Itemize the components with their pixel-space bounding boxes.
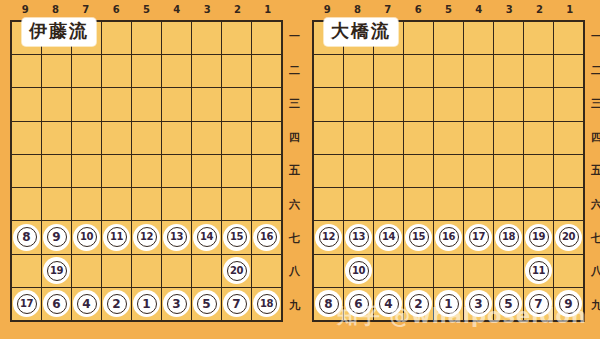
cell-4-9: 3 bbox=[162, 288, 191, 320]
placement-order-circle: 1 bbox=[133, 290, 160, 317]
cell-4-7: 13 bbox=[162, 221, 191, 253]
cell-8-2 bbox=[42, 55, 71, 87]
file-label: 9 bbox=[10, 2, 40, 17]
cell-9-5 bbox=[12, 155, 41, 187]
cell-5-7: 16 bbox=[434, 221, 463, 253]
circle-number: 12 bbox=[137, 227, 157, 247]
cell-9-9: 17 bbox=[12, 288, 41, 320]
cell-4-1 bbox=[162, 22, 191, 54]
rank-label: 七 bbox=[287, 221, 302, 255]
cell-3-1 bbox=[494, 22, 523, 54]
placement-order-circle: 12 bbox=[133, 224, 160, 251]
placement-order-circle: 17 bbox=[465, 224, 492, 251]
cell-9-8 bbox=[12, 255, 41, 287]
circle-number: 20 bbox=[559, 227, 579, 247]
file-label: 6 bbox=[101, 2, 131, 17]
circle-number: 8 bbox=[319, 294, 339, 314]
cell-4-4 bbox=[464, 122, 493, 154]
cell-8-7: 13 bbox=[344, 221, 373, 253]
cell-4-4 bbox=[162, 122, 191, 154]
cell-6-3 bbox=[102, 88, 131, 120]
placement-order-circle: 7 bbox=[223, 290, 250, 317]
cell-6-2 bbox=[102, 55, 131, 87]
cell-7-6 bbox=[374, 188, 403, 220]
cell-3-9: 5 bbox=[192, 288, 221, 320]
cell-9-4 bbox=[12, 122, 41, 154]
cell-8-5 bbox=[344, 155, 373, 187]
cell-4-6 bbox=[464, 188, 493, 220]
cell-6-5 bbox=[404, 155, 433, 187]
cell-1-4 bbox=[252, 122, 281, 154]
cell-3-4 bbox=[494, 122, 523, 154]
cell-1-9: 18 bbox=[252, 288, 281, 320]
cell-3-2 bbox=[192, 55, 221, 87]
cell-1-6 bbox=[554, 188, 583, 220]
file-label: 3 bbox=[192, 2, 222, 17]
rank-label: 六 bbox=[589, 188, 600, 222]
cell-2-7: 19 bbox=[524, 221, 553, 253]
row-labels: 一二三四五六七八九 bbox=[589, 20, 600, 322]
cell-8-8: 10 bbox=[344, 255, 373, 287]
circle-number: 19 bbox=[47, 261, 67, 281]
rank-label: 四 bbox=[287, 121, 302, 155]
placement-order-circle: 14 bbox=[193, 224, 220, 251]
cell-1-7: 20 bbox=[554, 221, 583, 253]
cell-4-8 bbox=[162, 255, 191, 287]
cell-7-6 bbox=[72, 188, 101, 220]
cell-2-4 bbox=[222, 122, 251, 154]
placement-order-circle: 20 bbox=[223, 257, 250, 284]
cell-3-4 bbox=[192, 122, 221, 154]
file-label: 2 bbox=[524, 2, 554, 17]
file-label: 9 bbox=[312, 2, 342, 17]
circle-number: 12 bbox=[319, 227, 339, 247]
cell-3-7: 18 bbox=[494, 221, 523, 253]
placement-order-circle: 8 bbox=[13, 224, 40, 251]
cell-5-1 bbox=[132, 22, 161, 54]
cell-1-5 bbox=[554, 155, 583, 187]
cell-4-8 bbox=[464, 255, 493, 287]
cell-1-6 bbox=[252, 188, 281, 220]
cell-2-8: 20 bbox=[222, 255, 251, 287]
cell-4-1 bbox=[464, 22, 493, 54]
circle-number: 6 bbox=[47, 294, 67, 314]
board-group-ito: 987654321 891011121314151619201764213571… bbox=[10, 0, 302, 339]
cell-1-3 bbox=[252, 88, 281, 120]
cell-5-2 bbox=[434, 55, 463, 87]
cell-5-9: 1 bbox=[132, 288, 161, 320]
cell-5-8 bbox=[132, 255, 161, 287]
cell-6-6 bbox=[102, 188, 131, 220]
rank-label: 五 bbox=[287, 154, 302, 188]
circle-number: 15 bbox=[409, 227, 429, 247]
circle-number: 13 bbox=[349, 227, 369, 247]
circle-number: 13 bbox=[167, 227, 187, 247]
rank-label: 九 bbox=[287, 288, 302, 322]
placement-order-circle: 11 bbox=[103, 224, 130, 251]
placement-order-circle: 17 bbox=[13, 290, 40, 317]
circle-number: 9 bbox=[47, 227, 67, 247]
cell-9-3 bbox=[12, 88, 41, 120]
cell-4-3 bbox=[162, 88, 191, 120]
circle-number: 11 bbox=[529, 261, 549, 281]
circle-number: 10 bbox=[349, 261, 369, 281]
rank-label: 一 bbox=[589, 20, 600, 54]
cell-8-3 bbox=[42, 88, 71, 120]
cell-1-2 bbox=[554, 55, 583, 87]
circle-number: 15 bbox=[227, 227, 247, 247]
cell-2-4 bbox=[524, 122, 553, 154]
file-label: 8 bbox=[40, 2, 70, 17]
cell-6-1 bbox=[102, 22, 131, 54]
cell-9-7: 12 bbox=[314, 221, 343, 253]
cell-2-6 bbox=[524, 188, 553, 220]
cell-2-5 bbox=[524, 155, 553, 187]
cell-7-8 bbox=[374, 255, 403, 287]
circle-number: 4 bbox=[77, 294, 97, 314]
cell-5-1 bbox=[434, 22, 463, 54]
file-label: 7 bbox=[373, 2, 403, 17]
cell-1-8 bbox=[554, 255, 583, 287]
circle-number: 19 bbox=[529, 227, 549, 247]
cell-3-7: 14 bbox=[192, 221, 221, 253]
file-label: 2 bbox=[222, 2, 252, 17]
cell-4-2 bbox=[162, 55, 191, 87]
rank-label: 六 bbox=[287, 188, 302, 222]
placement-order-circle: 15 bbox=[223, 224, 250, 251]
cell-1-5 bbox=[252, 155, 281, 187]
cell-6-7: 15 bbox=[404, 221, 433, 253]
circle-number: 3 bbox=[167, 294, 187, 314]
cell-9-2 bbox=[12, 55, 41, 87]
cell-2-1 bbox=[222, 22, 251, 54]
cell-5-7: 12 bbox=[132, 221, 161, 253]
file-label: 5 bbox=[131, 2, 161, 17]
cell-5-8 bbox=[434, 255, 463, 287]
placement-order-circle: 4 bbox=[73, 290, 100, 317]
cell-9-2 bbox=[314, 55, 343, 87]
cell-8-4 bbox=[42, 122, 71, 154]
circle-number: 5 bbox=[197, 294, 217, 314]
cell-1-7: 16 bbox=[252, 221, 281, 253]
cell-1-2 bbox=[252, 55, 281, 87]
cell-3-1 bbox=[192, 22, 221, 54]
cell-7-7: 14 bbox=[374, 221, 403, 253]
cell-5-4 bbox=[132, 122, 161, 154]
circle-number: 14 bbox=[379, 227, 399, 247]
cell-7-7: 10 bbox=[72, 221, 101, 253]
cell-6-7: 11 bbox=[102, 221, 131, 253]
rank-label: 八 bbox=[589, 255, 600, 289]
circle-number: 2 bbox=[107, 294, 127, 314]
cell-9-4 bbox=[314, 122, 343, 154]
placement-order-circle: 6 bbox=[43, 290, 70, 317]
placement-order-circle: 19 bbox=[525, 224, 552, 251]
rank-label: 七 bbox=[589, 221, 600, 255]
cell-3-6 bbox=[192, 188, 221, 220]
board-group-ohashi: 987654321 121314151617181920101186421357… bbox=[312, 0, 600, 339]
placement-order-circle: 14 bbox=[375, 224, 402, 251]
cell-7-2 bbox=[72, 55, 101, 87]
circle-number: 18 bbox=[499, 227, 519, 247]
cell-5-3 bbox=[434, 88, 463, 120]
cell-7-3 bbox=[374, 88, 403, 120]
circle-number: 17 bbox=[469, 227, 489, 247]
cell-3-5 bbox=[494, 155, 523, 187]
circle-number: 10 bbox=[77, 227, 97, 247]
cell-5-4 bbox=[434, 122, 463, 154]
cell-9-6 bbox=[12, 188, 41, 220]
cell-7-4 bbox=[72, 122, 101, 154]
cell-4-2 bbox=[464, 55, 493, 87]
cell-2-5 bbox=[222, 155, 251, 187]
rank-label: 八 bbox=[287, 255, 302, 289]
cell-7-5 bbox=[72, 155, 101, 187]
rank-label: 三 bbox=[287, 87, 302, 121]
cell-4-5 bbox=[162, 155, 191, 187]
cell-8-6 bbox=[42, 188, 71, 220]
file-label: 4 bbox=[464, 2, 494, 17]
cell-7-4 bbox=[374, 122, 403, 154]
cell-8-6 bbox=[344, 188, 373, 220]
circle-number: 20 bbox=[227, 261, 247, 281]
placement-order-circle: 16 bbox=[435, 224, 462, 251]
board-title-ito: 伊藤流 bbox=[22, 18, 96, 46]
cell-2-8: 11 bbox=[524, 255, 553, 287]
cell-5-5 bbox=[434, 155, 463, 187]
cell-6-9: 2 bbox=[102, 288, 131, 320]
cell-3-3 bbox=[494, 88, 523, 120]
cell-3-3 bbox=[192, 88, 221, 120]
shogi-board-ito: 8910111213141516192017642135718 bbox=[10, 20, 283, 322]
cell-3-5 bbox=[192, 155, 221, 187]
rank-label: 九 bbox=[589, 288, 600, 322]
file-label: 8 bbox=[342, 2, 372, 17]
cell-8-9: 6 bbox=[42, 288, 71, 320]
cell-4-5 bbox=[464, 155, 493, 187]
placement-order-circle: 10 bbox=[73, 224, 100, 251]
cell-8-4 bbox=[344, 122, 373, 154]
cell-3-2 bbox=[494, 55, 523, 87]
circle-number: 18 bbox=[257, 294, 277, 314]
cell-1-4 bbox=[554, 122, 583, 154]
cell-4-7: 17 bbox=[464, 221, 493, 253]
placement-order-circle: 5 bbox=[193, 290, 220, 317]
cell-6-1 bbox=[404, 22, 433, 54]
cell-3-8 bbox=[494, 255, 523, 287]
cell-5-6 bbox=[132, 188, 161, 220]
cell-7-2 bbox=[374, 55, 403, 87]
board-title-ohashi: 大橋流 bbox=[324, 18, 398, 46]
file-label: 3 bbox=[494, 2, 524, 17]
cell-6-5 bbox=[102, 155, 131, 187]
column-labels: 987654321 bbox=[10, 2, 283, 17]
cell-1-3 bbox=[554, 88, 583, 120]
cell-9-7: 8 bbox=[12, 221, 41, 253]
rank-label: 三 bbox=[589, 87, 600, 121]
rank-label: 二 bbox=[287, 54, 302, 88]
cell-2-2 bbox=[524, 55, 553, 87]
cell-2-2 bbox=[222, 55, 251, 87]
column-labels: 987654321 bbox=[312, 2, 585, 17]
placement-order-circle: 12 bbox=[315, 224, 342, 251]
cell-6-4 bbox=[404, 122, 433, 154]
cell-6-2 bbox=[404, 55, 433, 87]
cell-5-3 bbox=[132, 88, 161, 120]
cell-6-4 bbox=[102, 122, 131, 154]
placement-order-circle: 16 bbox=[253, 224, 280, 251]
cell-6-3 bbox=[404, 88, 433, 120]
file-label: 4 bbox=[162, 2, 192, 17]
cell-9-5 bbox=[314, 155, 343, 187]
file-label: 5 bbox=[433, 2, 463, 17]
placement-order-circle: 19 bbox=[43, 257, 70, 284]
cell-6-8 bbox=[404, 255, 433, 287]
rank-label: 五 bbox=[589, 154, 600, 188]
rank-label: 四 bbox=[589, 121, 600, 155]
cell-2-6 bbox=[222, 188, 251, 220]
cell-9-6 bbox=[314, 188, 343, 220]
cell-1-1 bbox=[252, 22, 281, 54]
cell-2-9: 7 bbox=[222, 288, 251, 320]
cell-5-6 bbox=[434, 188, 463, 220]
cell-1-8 bbox=[252, 255, 281, 287]
cell-3-8 bbox=[192, 255, 221, 287]
cell-4-6 bbox=[162, 188, 191, 220]
rank-label: 一 bbox=[287, 20, 302, 54]
file-label: 1 bbox=[555, 2, 585, 17]
circle-number: 1 bbox=[137, 294, 157, 314]
file-label: 1 bbox=[253, 2, 283, 17]
placement-order-circle: 9 bbox=[43, 224, 70, 251]
cell-2-7: 15 bbox=[222, 221, 251, 253]
placement-order-circle: 3 bbox=[163, 290, 190, 317]
cell-6-6 bbox=[404, 188, 433, 220]
cell-8-7: 9 bbox=[42, 221, 71, 253]
placement-order-circle: 11 bbox=[525, 257, 552, 284]
shogi-board-ohashi: 1213141516171819201011864213579 bbox=[312, 20, 585, 322]
cell-2-3 bbox=[222, 88, 251, 120]
cell-8-3 bbox=[344, 88, 373, 120]
circle-number: 14 bbox=[197, 227, 217, 247]
placement-order-circle: 13 bbox=[345, 224, 372, 251]
cell-2-3 bbox=[524, 88, 553, 120]
cell-4-3 bbox=[464, 88, 493, 120]
cell-7-9: 4 bbox=[72, 288, 101, 320]
cell-8-2 bbox=[344, 55, 373, 87]
placement-order-circle: 18 bbox=[495, 224, 522, 251]
cell-6-8 bbox=[102, 255, 131, 287]
cell-9-3 bbox=[314, 88, 343, 120]
cell-8-8: 19 bbox=[42, 255, 71, 287]
rank-label: 二 bbox=[589, 54, 600, 88]
cell-8-5 bbox=[42, 155, 71, 187]
cell-7-8 bbox=[72, 255, 101, 287]
circle-number: 11 bbox=[107, 227, 127, 247]
circle-number: 17 bbox=[17, 294, 37, 314]
file-label: 6 bbox=[403, 2, 433, 17]
circle-number: 16 bbox=[257, 227, 277, 247]
cell-1-1 bbox=[554, 22, 583, 54]
cell-2-1 bbox=[524, 22, 553, 54]
circle-number: 8 bbox=[17, 227, 37, 247]
placement-order-circle: 2 bbox=[103, 290, 130, 317]
placement-order-circle: 15 bbox=[405, 224, 432, 251]
placement-order-circle: 10 bbox=[345, 257, 372, 284]
placement-order-circle: 18 bbox=[253, 290, 280, 317]
watermark: 知乎 @whalposeidon bbox=[337, 302, 587, 330]
row-labels: 一二三四五六七八九 bbox=[287, 20, 302, 322]
circle-number: 7 bbox=[227, 294, 247, 314]
file-label: 7 bbox=[71, 2, 101, 17]
circle-number: 16 bbox=[439, 227, 459, 247]
cell-9-8 bbox=[314, 255, 343, 287]
placement-order-circle: 13 bbox=[163, 224, 190, 251]
cell-3-6 bbox=[494, 188, 523, 220]
cell-7-3 bbox=[72, 88, 101, 120]
cell-5-5 bbox=[132, 155, 161, 187]
placement-order-circle: 20 bbox=[555, 224, 582, 251]
cell-7-5 bbox=[374, 155, 403, 187]
cell-5-2 bbox=[132, 55, 161, 87]
